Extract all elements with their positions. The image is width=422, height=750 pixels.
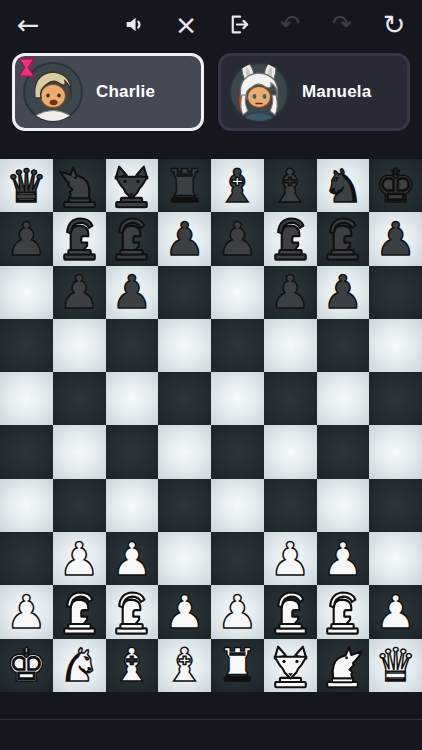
square[interactable] bbox=[369, 372, 422, 425]
black-pawn[interactable]: ♟ bbox=[59, 269, 100, 315]
square[interactable] bbox=[317, 479, 370, 532]
chess-board: ♛♜♝♝♞♚♟♟♟♟♟♟♟♟♟♟♟♟♟♟♟♟♚♞♝♝♜♛ bbox=[0, 159, 422, 692]
square[interactable] bbox=[158, 532, 211, 585]
square[interactable]: ♟ bbox=[317, 266, 370, 319]
close-button[interactable]: × bbox=[172, 10, 200, 38]
square[interactable] bbox=[53, 159, 106, 212]
square[interactable]: ♟ bbox=[369, 212, 422, 265]
white-pawn[interactable]: ♟ bbox=[111, 536, 152, 582]
square[interactable] bbox=[53, 585, 106, 638]
player-name: Manuela bbox=[302, 82, 371, 102]
square[interactable] bbox=[264, 585, 317, 638]
black-pawn[interactable]: ♟ bbox=[111, 269, 152, 315]
square[interactable] bbox=[264, 639, 317, 692]
white-spartan[interactable] bbox=[108, 589, 155, 636]
square[interactable]: ♟ bbox=[264, 266, 317, 319]
square[interactable]: ♟ bbox=[0, 585, 53, 638]
black-bishop[interactable]: ♝ bbox=[270, 163, 311, 209]
square[interactable] bbox=[317, 585, 370, 638]
white-wolf-head[interactable] bbox=[267, 642, 314, 689]
redo-button[interactable]: ↷ bbox=[328, 10, 356, 38]
square[interactable] bbox=[317, 425, 370, 478]
square[interactable] bbox=[369, 532, 422, 585]
square[interactable]: ♟ bbox=[106, 532, 159, 585]
square[interactable]: ♟ bbox=[317, 532, 370, 585]
black-pawn[interactable]: ♟ bbox=[164, 216, 205, 262]
square[interactable] bbox=[53, 212, 106, 265]
square[interactable] bbox=[53, 319, 106, 372]
square[interactable] bbox=[369, 319, 422, 372]
square[interactable] bbox=[158, 479, 211, 532]
square[interactable]: ♟ bbox=[53, 532, 106, 585]
manuela-avatar-art bbox=[228, 61, 290, 123]
white-pawn[interactable]: ♟ bbox=[59, 536, 100, 582]
square[interactable] bbox=[106, 159, 159, 212]
undo-button[interactable]: ↶ bbox=[276, 10, 304, 38]
black-pawn[interactable]: ♟ bbox=[217, 216, 258, 262]
square[interactable] bbox=[317, 639, 370, 692]
white-rook[interactable]: ♜ bbox=[217, 642, 258, 688]
black-rook[interactable]: ♜ bbox=[164, 163, 205, 209]
square[interactable]: ♟ bbox=[211, 585, 264, 638]
player-card-charlie[interactable]: Charlie bbox=[12, 53, 204, 131]
square[interactable]: ♛ bbox=[369, 639, 422, 692]
square[interactable]: ♟ bbox=[264, 532, 317, 585]
white-pawn[interactable]: ♟ bbox=[164, 589, 205, 635]
hourglass-turn-icon bbox=[15, 56, 38, 79]
square[interactable]: ♟ bbox=[0, 212, 53, 265]
square[interactable]: ♟ bbox=[158, 212, 211, 265]
white-pawn[interactable]: ♟ bbox=[270, 536, 311, 582]
black-pawn[interactable]: ♟ bbox=[270, 269, 311, 315]
square[interactable] bbox=[158, 372, 211, 425]
square[interactable] bbox=[106, 425, 159, 478]
square[interactable]: ♟ bbox=[369, 585, 422, 638]
square[interactable] bbox=[264, 425, 317, 478]
back-button[interactable]: ← bbox=[14, 10, 42, 38]
black-wolf-howling[interactable] bbox=[56, 162, 103, 209]
square[interactable]: ♟ bbox=[53, 266, 106, 319]
white-spartan[interactable] bbox=[319, 589, 366, 636]
square[interactable] bbox=[211, 372, 264, 425]
square[interactable] bbox=[264, 372, 317, 425]
white-queen[interactable]: ♛ bbox=[375, 642, 416, 688]
square[interactable] bbox=[211, 425, 264, 478]
black-bishop[interactable]: ♝ bbox=[217, 163, 258, 209]
square[interactable] bbox=[317, 372, 370, 425]
white-pawn[interactable]: ♟ bbox=[322, 536, 363, 582]
toolbar: ← × ↶ ↷ ↻ bbox=[0, 0, 422, 48]
square[interactable] bbox=[264, 212, 317, 265]
square[interactable]: ♚ bbox=[0, 639, 53, 692]
square[interactable] bbox=[264, 479, 317, 532]
black-wolf-head[interactable] bbox=[108, 162, 155, 209]
undo-icon: ↶ bbox=[280, 12, 300, 36]
square[interactable]: ♛ bbox=[0, 159, 53, 212]
black-pawn[interactable]: ♟ bbox=[6, 216, 47, 262]
white-pawn[interactable]: ♟ bbox=[217, 589, 258, 635]
black-king[interactable]: ♚ bbox=[375, 163, 416, 209]
white-king[interactable]: ♚ bbox=[6, 642, 47, 688]
square[interactable]: ♟ bbox=[106, 266, 159, 319]
back-arrow-icon: ← bbox=[17, 11, 40, 38]
square[interactable] bbox=[158, 266, 211, 319]
square[interactable]: ♝ bbox=[158, 639, 211, 692]
white-bishop[interactable]: ♝ bbox=[111, 642, 152, 688]
black-spartan[interactable] bbox=[319, 215, 366, 262]
square[interactable]: ♜ bbox=[211, 639, 264, 692]
square[interactable] bbox=[158, 425, 211, 478]
square[interactable] bbox=[53, 372, 106, 425]
black-pawn[interactable]: ♟ bbox=[322, 269, 363, 315]
square[interactable] bbox=[369, 425, 422, 478]
black-knight[interactable]: ♞ bbox=[322, 163, 363, 209]
square[interactable] bbox=[0, 479, 53, 532]
sound-button[interactable] bbox=[120, 10, 148, 38]
black-spartan[interactable] bbox=[108, 215, 155, 262]
square[interactable] bbox=[106, 585, 159, 638]
square[interactable] bbox=[317, 319, 370, 372]
square[interactable] bbox=[211, 266, 264, 319]
square[interactable] bbox=[106, 372, 159, 425]
footer-divider bbox=[0, 719, 422, 720]
refresh-icon: ↻ bbox=[383, 11, 406, 38]
players-bar: Charlie bbox=[0, 48, 422, 131]
white-spartan[interactable] bbox=[56, 589, 103, 636]
square[interactable] bbox=[369, 266, 422, 319]
square[interactable] bbox=[369, 479, 422, 532]
square[interactable]: ♝ bbox=[106, 639, 159, 692]
white-pawn[interactable]: ♟ bbox=[375, 589, 416, 635]
square[interactable] bbox=[0, 372, 53, 425]
square[interactable] bbox=[317, 212, 370, 265]
black-spartan[interactable] bbox=[267, 215, 314, 262]
square[interactable]: ♚ bbox=[369, 159, 422, 212]
white-wolf-howling[interactable] bbox=[319, 642, 366, 689]
square[interactable] bbox=[0, 532, 53, 585]
square[interactable]: ♟ bbox=[158, 585, 211, 638]
white-knight[interactable]: ♞ bbox=[59, 642, 100, 688]
square[interactable] bbox=[53, 479, 106, 532]
player-card-manuela[interactable]: Manuela bbox=[218, 53, 410, 131]
close-icon: × bbox=[175, 11, 198, 38]
square[interactable] bbox=[211, 532, 264, 585]
square[interactable]: ♟ bbox=[211, 212, 264, 265]
square[interactable] bbox=[106, 319, 159, 372]
black-pawn[interactable]: ♟ bbox=[375, 216, 416, 262]
square[interactable]: ♝ bbox=[211, 159, 264, 212]
square[interactable]: ♞ bbox=[53, 639, 106, 692]
square[interactable] bbox=[211, 479, 264, 532]
black-spartan[interactable] bbox=[56, 215, 103, 262]
square[interactable] bbox=[53, 425, 106, 478]
white-bishop[interactable]: ♝ bbox=[164, 642, 205, 688]
square[interactable] bbox=[106, 479, 159, 532]
white-pawn[interactable]: ♟ bbox=[6, 589, 47, 635]
square[interactable]: ♞ bbox=[317, 159, 370, 212]
charlie-avatar bbox=[22, 61, 84, 123]
square[interactable] bbox=[211, 319, 264, 372]
square[interactable]: ♝ bbox=[264, 159, 317, 212]
square[interactable] bbox=[0, 319, 53, 372]
logout-icon bbox=[226, 12, 251, 37]
speaker-medium-icon bbox=[122, 12, 147, 37]
refresh-button[interactable]: ↻ bbox=[380, 10, 408, 38]
player-name: Charlie bbox=[96, 82, 155, 102]
square[interactable]: ♜ bbox=[158, 159, 211, 212]
square[interactable] bbox=[0, 266, 53, 319]
exit-button[interactable] bbox=[224, 10, 252, 38]
black-queen[interactable]: ♛ bbox=[6, 163, 47, 209]
toolbar-actions: × ↶ ↷ ↻ bbox=[120, 10, 408, 38]
square[interactable] bbox=[0, 425, 53, 478]
square[interactable] bbox=[158, 319, 211, 372]
white-spartan[interactable] bbox=[267, 589, 314, 636]
square[interactable] bbox=[264, 319, 317, 372]
manuela-avatar bbox=[228, 61, 290, 123]
redo-icon: ↷ bbox=[332, 12, 352, 36]
square[interactable] bbox=[106, 212, 159, 265]
